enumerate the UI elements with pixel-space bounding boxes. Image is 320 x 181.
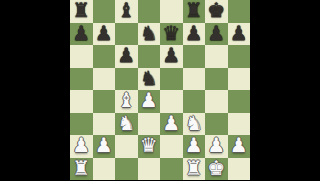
square-d1[interactable] bbox=[138, 158, 161, 181]
square-c7[interactable] bbox=[115, 23, 138, 46]
piece-black-rook-icon[interactable]: ♜ bbox=[185, 0, 203, 20]
piece-white-knight-icon[interactable]: ♞ bbox=[185, 113, 203, 133]
piece-white-queen-icon[interactable]: ♛ bbox=[140, 135, 158, 155]
piece-white-pawn-icon[interactable]: ♟ bbox=[185, 135, 203, 155]
piece-black-king-icon[interactable]: ♚ bbox=[207, 0, 225, 20]
square-c1[interactable] bbox=[115, 158, 138, 181]
square-h5[interactable] bbox=[228, 68, 251, 91]
square-e1[interactable] bbox=[160, 158, 183, 181]
square-g4[interactable] bbox=[205, 90, 228, 113]
square-a6[interactable] bbox=[70, 45, 93, 68]
piece-black-rook-icon[interactable]: ♜ bbox=[72, 0, 90, 20]
piece-white-pawn-icon[interactable]: ♟ bbox=[95, 135, 113, 155]
square-h7[interactable]: ♟ bbox=[228, 23, 251, 46]
square-a7[interactable]: ♟ bbox=[70, 23, 93, 46]
square-c4[interactable]: ♝ bbox=[115, 90, 138, 113]
square-b7[interactable]: ♟ bbox=[93, 23, 116, 46]
piece-black-pawn-icon[interactable]: ♟ bbox=[185, 23, 203, 43]
square-b5[interactable] bbox=[93, 68, 116, 91]
square-c2[interactable] bbox=[115, 135, 138, 158]
piece-black-bishop-icon[interactable]: ♝ bbox=[117, 0, 135, 20]
square-b3[interactable] bbox=[93, 113, 116, 136]
square-h8[interactable] bbox=[228, 0, 251, 23]
square-a2[interactable]: ♟ bbox=[70, 135, 93, 158]
square-f5[interactable] bbox=[183, 68, 206, 91]
square-g2[interactable]: ♟ bbox=[205, 135, 228, 158]
piece-black-pawn-icon[interactable]: ♟ bbox=[162, 45, 180, 65]
square-e3[interactable]: ♟ bbox=[160, 113, 183, 136]
square-c8[interactable]: ♝ bbox=[115, 0, 138, 23]
piece-black-knight-icon[interactable]: ♞ bbox=[140, 68, 158, 88]
square-f3[interactable]: ♞ bbox=[183, 113, 206, 136]
square-f7[interactable]: ♟ bbox=[183, 23, 206, 46]
square-f1[interactable]: ♜ bbox=[183, 158, 206, 181]
app-background: ♜♝♜♚♟♟♞♛♟♟♟♟♟♞♝♟♞♟♞♟♟♛♟♟♟♜♜♚ bbox=[0, 0, 320, 180]
piece-black-pawn-icon[interactable]: ♟ bbox=[95, 23, 113, 43]
square-b4[interactable] bbox=[93, 90, 116, 113]
square-b2[interactable]: ♟ bbox=[93, 135, 116, 158]
square-a3[interactable] bbox=[70, 113, 93, 136]
square-c6[interactable]: ♟ bbox=[115, 45, 138, 68]
square-b1[interactable] bbox=[93, 158, 116, 181]
square-c5[interactable] bbox=[115, 68, 138, 91]
square-d7[interactable]: ♞ bbox=[138, 23, 161, 46]
piece-black-knight-icon[interactable]: ♞ bbox=[140, 23, 158, 43]
piece-black-pawn-icon[interactable]: ♟ bbox=[72, 23, 90, 43]
chess-board: ♜♝♜♚♟♟♞♛♟♟♟♟♟♞♝♟♞♟♞♟♟♛♟♟♟♜♜♚ bbox=[70, 0, 250, 180]
piece-white-rook-icon[interactable]: ♜ bbox=[185, 158, 203, 178]
square-f8[interactable]: ♜ bbox=[183, 0, 206, 23]
square-e5[interactable] bbox=[160, 68, 183, 91]
square-d5[interactable]: ♞ bbox=[138, 68, 161, 91]
square-g5[interactable] bbox=[205, 68, 228, 91]
square-f6[interactable] bbox=[183, 45, 206, 68]
square-f4[interactable] bbox=[183, 90, 206, 113]
square-a8[interactable]: ♜ bbox=[70, 0, 93, 23]
square-d2[interactable]: ♛ bbox=[138, 135, 161, 158]
piece-black-pawn-icon[interactable]: ♟ bbox=[117, 45, 135, 65]
square-h1[interactable] bbox=[228, 158, 251, 181]
piece-white-pawn-icon[interactable]: ♟ bbox=[207, 135, 225, 155]
square-h4[interactable] bbox=[228, 90, 251, 113]
square-h6[interactable] bbox=[228, 45, 251, 68]
square-e7[interactable]: ♛ bbox=[160, 23, 183, 46]
square-c3[interactable]: ♞ bbox=[115, 113, 138, 136]
square-d4[interactable]: ♟ bbox=[138, 90, 161, 113]
square-e4[interactable] bbox=[160, 90, 183, 113]
square-g8[interactable]: ♚ bbox=[205, 0, 228, 23]
square-h2[interactable]: ♟ bbox=[228, 135, 251, 158]
piece-black-pawn-icon[interactable]: ♟ bbox=[230, 23, 248, 43]
square-g7[interactable]: ♟ bbox=[205, 23, 228, 46]
square-e2[interactable] bbox=[160, 135, 183, 158]
square-a4[interactable] bbox=[70, 90, 93, 113]
square-d8[interactable] bbox=[138, 0, 161, 23]
square-h3[interactable] bbox=[228, 113, 251, 136]
piece-black-queen-icon[interactable]: ♛ bbox=[162, 23, 180, 43]
piece-white-rook-icon[interactable]: ♜ bbox=[72, 158, 90, 178]
piece-white-pawn-icon[interactable]: ♟ bbox=[72, 135, 90, 155]
square-a1[interactable]: ♜ bbox=[70, 158, 93, 181]
piece-white-bishop-icon[interactable]: ♝ bbox=[117, 90, 135, 110]
square-b8[interactable] bbox=[93, 0, 116, 23]
piece-white-pawn-icon[interactable]: ♟ bbox=[140, 90, 158, 110]
piece-white-pawn-icon[interactable]: ♟ bbox=[230, 135, 248, 155]
piece-white-knight-icon[interactable]: ♞ bbox=[117, 113, 135, 133]
square-a5[interactable] bbox=[70, 68, 93, 91]
square-d6[interactable] bbox=[138, 45, 161, 68]
square-b6[interactable] bbox=[93, 45, 116, 68]
square-g3[interactable] bbox=[205, 113, 228, 136]
square-e6[interactable]: ♟ bbox=[160, 45, 183, 68]
square-f2[interactable]: ♟ bbox=[183, 135, 206, 158]
piece-white-pawn-icon[interactable]: ♟ bbox=[162, 113, 180, 133]
square-g1[interactable]: ♚ bbox=[205, 158, 228, 181]
square-d3[interactable] bbox=[138, 113, 161, 136]
piece-black-pawn-icon[interactable]: ♟ bbox=[207, 23, 225, 43]
piece-white-king-icon[interactable]: ♚ bbox=[207, 158, 225, 178]
square-g6[interactable] bbox=[205, 45, 228, 68]
square-e8[interactable] bbox=[160, 0, 183, 23]
